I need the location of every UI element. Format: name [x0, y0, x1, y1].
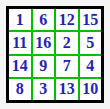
grid-cell-r4c2: 3 — [33, 79, 55, 100]
grid-cell-r4c3: 13 — [56, 79, 78, 100]
grid-cell-r2c2: 16 — [33, 32, 55, 53]
grid-cell-r3c4: 4 — [80, 56, 102, 77]
grid-cell-r1c4: 15 — [80, 9, 102, 30]
grid-cell-r1c1: 1 — [9, 9, 31, 30]
grid-cell-r2c4: 5 — [80, 32, 102, 53]
grid-cell-r3c2: 9 — [33, 56, 55, 77]
grid-cell-r3c3: 7 — [56, 56, 78, 77]
grid-cell-r1c3: 12 — [56, 9, 78, 30]
grid-cell-r1c2: 6 — [33, 9, 55, 30]
number-grid: 16121511162514974831310 — [9, 9, 101, 100]
grid-cell-r4c4: 10 — [80, 79, 102, 100]
grid-cell-r2c3: 2 — [56, 32, 78, 53]
grid-cell-r3c1: 14 — [9, 56, 31, 77]
grid-cell-r4c1: 8 — [9, 79, 31, 100]
magic-square-board: 16121511162514974831310 — [6, 6, 104, 103]
grid-cell-r2c1: 11 — [9, 32, 31, 53]
